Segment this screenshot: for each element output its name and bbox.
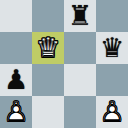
white-pawn[interactable]: ♟♙: [96, 96, 128, 128]
square-r1c1[interactable]: ♛♕: [32, 32, 64, 64]
black-rook-glyph: ♜: [64, 0, 96, 32]
white-queen[interactable]: ♛♕: [32, 32, 64, 64]
white-pawn-outline: ♙: [0, 96, 32, 128]
square-r1c0[interactable]: [0, 32, 32, 64]
black-pawn[interactable]: ♟: [0, 64, 32, 96]
white-queen-outline: ♕: [32, 32, 64, 64]
black-rook[interactable]: ♜: [64, 0, 96, 32]
square-r3c1[interactable]: [32, 96, 64, 128]
square-r3c2[interactable]: [64, 96, 96, 128]
square-r2c0[interactable]: ♟: [0, 64, 32, 96]
square-r1c3[interactable]: ♛: [96, 32, 128, 64]
white-pawn[interactable]: ♟♙: [0, 96, 32, 128]
black-queen-glyph: ♛: [96, 32, 128, 64]
square-r0c3[interactable]: [96, 0, 128, 32]
square-r2c3[interactable]: [96, 64, 128, 96]
chess-board: ♜♛♕♛♟♟♙♟♙: [0, 0, 128, 128]
square-r0c0[interactable]: [0, 0, 32, 32]
square-r2c2[interactable]: [64, 64, 96, 96]
square-r3c0[interactable]: ♟♙: [0, 96, 32, 128]
square-r2c1[interactable]: [32, 64, 64, 96]
square-r3c3[interactable]: ♟♙: [96, 96, 128, 128]
black-pawn-glyph: ♟: [0, 64, 32, 96]
white-pawn-outline: ♙: [96, 96, 128, 128]
square-r1c2[interactable]: [64, 32, 96, 64]
square-r0c1[interactable]: [32, 0, 64, 32]
square-r0c2[interactable]: ♜: [64, 0, 96, 32]
black-queen[interactable]: ♛: [96, 32, 128, 64]
